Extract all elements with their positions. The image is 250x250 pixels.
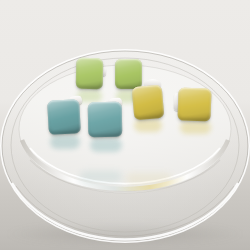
- reflection-yellow-right: [180, 121, 211, 134]
- reflection-blue-right: [90, 138, 122, 152]
- reflection-gold-far: [126, 173, 172, 185]
- earring-yellow-right: [177, 87, 211, 121]
- glass-plate: [0, 0, 250, 250]
- reflection-blue-left: [50, 135, 80, 149]
- earring-blue-left: [47, 99, 81, 135]
- photo-scene: [0, 0, 250, 250]
- earring-green-right: [115, 59, 142, 89]
- earring-green-left: [76, 58, 104, 89]
- reflection-teal-far: [80, 171, 122, 182]
- earring-blue-right: [88, 102, 123, 138]
- earring-yellow-left: [132, 85, 165, 120]
- reflection-yellow-left: [134, 119, 162, 132]
